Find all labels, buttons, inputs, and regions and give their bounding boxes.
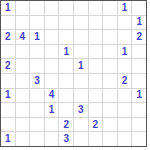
cell-empty-r9c8[interactable] [103,118,117,132]
cell-clue-r7c4: 4 [45,89,59,103]
cell-empty-r2c5[interactable] [59,16,73,30]
cell-empty-r4c6[interactable] [74,45,88,59]
cell-empty-r2c2[interactable] [16,16,30,30]
cell-empty-r2c4[interactable] [45,16,59,30]
cell-empty-r4c10[interactable] [132,45,146,59]
cell-empty-r2c1[interactable] [1,16,15,30]
cell-empty-r6c1[interactable] [1,74,15,88]
cell-empty-r5c9[interactable] [118,59,132,73]
cell-empty-r10c7[interactable] [89,132,103,146]
cell-empty-r5c3[interactable] [30,59,44,73]
cell-empty-r10c10[interactable] [132,132,146,146]
cell-clue-r5c1: 2 [1,59,15,73]
cell-empty-r8c5[interactable] [59,103,73,117]
cell-empty-r6c10[interactable] [132,74,146,88]
cell-empty-r10c3[interactable] [30,132,44,146]
cell-empty-r7c3[interactable] [30,89,44,103]
cell-clue-r9c7: 2 [89,118,103,132]
cell-clue-r7c1: 1 [1,89,15,103]
cell-clue-r4c9: 1 [118,45,132,59]
cell-empty-r7c7[interactable] [89,89,103,103]
cell-clue-r9c5: 2 [59,118,73,132]
cell-clue-r5c6: 1 [74,59,88,73]
cell-empty-r1c4[interactable] [45,1,59,15]
cell-empty-r2c6[interactable] [74,16,88,30]
cell-clue-r4c5: 1 [59,45,73,59]
cell-empty-r10c4[interactable] [45,132,59,146]
cell-empty-r5c10[interactable] [132,59,146,73]
cell-empty-r4c7[interactable] [89,45,103,59]
cell-empty-r4c1[interactable] [1,45,15,59]
cell-empty-r4c8[interactable] [103,45,117,59]
cell-empty-r5c2[interactable] [16,59,30,73]
cell-empty-r1c6[interactable] [74,1,88,15]
cell-empty-r2c9[interactable] [118,16,132,30]
cell-empty-r2c7[interactable] [89,16,103,30]
cell-empty-r7c6[interactable] [74,89,88,103]
cell-clue-r1c1: 1 [1,1,15,15]
cell-empty-r9c6[interactable] [74,118,88,132]
cell-empty-r9c3[interactable] [30,118,44,132]
cell-empty-r10c9[interactable] [118,132,132,146]
cell-empty-r2c8[interactable] [103,16,117,30]
cell-clue-r3c10: 2 [132,30,146,44]
cell-empty-r1c2[interactable] [16,1,30,15]
cell-empty-r10c8[interactable] [103,132,117,146]
cell-empty-r3c9[interactable] [118,30,132,44]
puzzle-stage: 1112412112132141132213 [0,0,150,150]
cell-empty-r6c8[interactable] [103,74,117,88]
cell-clue-r10c1: 1 [1,132,15,146]
cell-empty-r9c10[interactable] [132,118,146,132]
cell-empty-r2c3[interactable] [30,16,44,30]
cell-clue-r6c9: 2 [118,74,132,88]
cell-empty-r1c3[interactable] [30,1,44,15]
cell-empty-r7c9[interactable] [118,89,132,103]
cell-empty-r8c7[interactable] [89,103,103,117]
cell-empty-r6c5[interactable] [59,74,73,88]
cell-empty-r6c2[interactable] [16,74,30,88]
cell-empty-r8c8[interactable] [103,103,117,117]
cell-empty-r3c6[interactable] [74,30,88,44]
cell-empty-r3c5[interactable] [59,30,73,44]
cell-empty-r9c1[interactable] [1,118,15,132]
board: 1112412112132141132213 [0,0,147,147]
cell-clue-r7c10: 1 [132,89,146,103]
cell-empty-r5c4[interactable] [45,59,59,73]
cell-empty-r5c7[interactable] [89,59,103,73]
cell-clue-r1c9: 1 [118,1,132,15]
cell-empty-r8c9[interactable] [118,103,132,117]
cell-empty-r3c7[interactable] [89,30,103,44]
cell-empty-r8c1[interactable] [1,103,15,117]
cell-empty-r5c5[interactable] [59,59,73,73]
cell-empty-r4c4[interactable] [45,45,59,59]
cell-empty-r10c2[interactable] [16,132,30,146]
cell-empty-r1c10[interactable] [132,1,146,15]
cell-empty-r3c4[interactable] [45,30,59,44]
cell-empty-r8c10[interactable] [132,103,146,117]
cell-empty-r7c8[interactable] [103,89,117,103]
cell-clue-r6c3: 3 [30,74,44,88]
cell-empty-r7c2[interactable] [16,89,30,103]
cell-clue-r10c5: 3 [59,132,73,146]
cell-empty-r4c2[interactable] [16,45,30,59]
cell-clue-r2c10: 1 [132,16,146,30]
cell-empty-r4c3[interactable] [30,45,44,59]
cell-empty-r9c9[interactable] [118,118,132,132]
cell-empty-r6c4[interactable] [45,74,59,88]
cell-empty-r1c8[interactable] [103,1,117,15]
cell-empty-r1c5[interactable] [59,1,73,15]
cell-empty-r1c7[interactable] [89,1,103,15]
cell-clue-r3c2: 4 [16,30,30,44]
cell-empty-r10c6[interactable] [74,132,88,146]
cell-empty-r8c2[interactable] [16,103,30,117]
cell-empty-r9c4[interactable] [45,118,59,132]
cell-clue-r3c1: 2 [1,30,15,44]
cell-empty-r5c8[interactable] [103,59,117,73]
cell-empty-r7c5[interactable] [59,89,73,103]
cell-empty-r6c6[interactable] [74,74,88,88]
cell-empty-r9c2[interactable] [16,118,30,132]
cell-clue-r3c3: 1 [30,30,44,44]
cell-empty-r6c7[interactable] [89,74,103,88]
cell-empty-r3c8[interactable] [103,30,117,44]
cell-empty-r8c3[interactable] [30,103,44,117]
cell-clue-r8c6: 3 [74,103,88,117]
cell-clue-r8c4: 1 [45,103,59,117]
